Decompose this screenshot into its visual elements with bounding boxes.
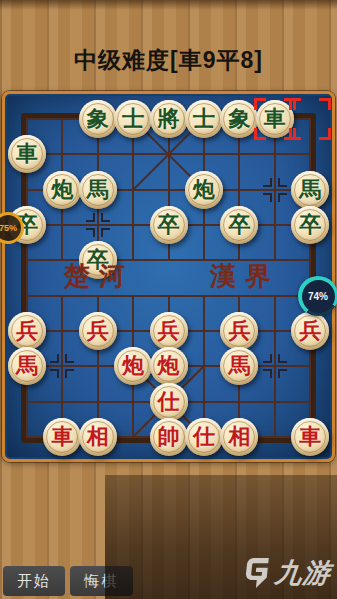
point-marker-corner xyxy=(86,213,95,222)
point-marker-corner xyxy=(50,354,59,363)
progress-badge-right: 74% xyxy=(298,276,337,316)
start-button[interactable]: 开始 xyxy=(3,566,65,596)
point-marker-corner xyxy=(278,193,287,202)
app-screen: 中级难度[車9平8] 象士將士象車車炮馬炮馬卒卒卒卒卒兵兵兵兵兵馬炮炮馬仕車相帥… xyxy=(0,0,337,599)
river-label-chu: 楚河 xyxy=(64,259,134,294)
point-marker-corner xyxy=(50,369,59,378)
point-marker-corner xyxy=(263,193,272,202)
niugame-logo-icon xyxy=(243,558,271,588)
last-move-marker-corner xyxy=(319,98,331,110)
last-move-marker-corner xyxy=(284,98,296,110)
piece-red-soldier[interactable]: 兵 xyxy=(291,312,329,350)
point-marker-corner xyxy=(101,213,110,222)
watermark-text: 九游 xyxy=(273,555,333,591)
piece-black-elephant[interactable]: 象 xyxy=(79,100,117,138)
piece-black-general[interactable]: 將 xyxy=(150,100,188,138)
piece-red-elephant[interactable]: 相 xyxy=(220,418,258,456)
piece-red-soldier[interactable]: 兵 xyxy=(79,312,117,350)
point-marker-corner xyxy=(263,354,272,363)
piece-red-soldier[interactable]: 兵 xyxy=(8,312,46,350)
point-marker-corner xyxy=(278,354,287,363)
point-marker-corner xyxy=(65,369,74,378)
piece-red-chariot[interactable]: 車 xyxy=(291,418,329,456)
piece-red-cannon[interactable]: 炮 xyxy=(150,347,188,385)
piece-black-advisor[interactable]: 士 xyxy=(185,100,223,138)
point-marker-corner xyxy=(278,178,287,187)
progress-badge-right-value: 74% xyxy=(308,291,328,302)
point-marker-corner xyxy=(101,228,110,237)
last-move-marker-corner xyxy=(284,128,296,140)
last-move-marker-corner xyxy=(254,128,266,140)
piece-red-elephant[interactable]: 相 xyxy=(79,418,117,456)
piece-black-horse[interactable]: 馬 xyxy=(291,171,329,209)
watermark-overlay: 九游 xyxy=(105,475,337,599)
point-marker-corner xyxy=(263,178,272,187)
point-marker-corner xyxy=(278,369,287,378)
watermark: 九游 xyxy=(243,555,333,591)
piece-red-advisor[interactable]: 仕 xyxy=(150,383,188,421)
point-marker-corner xyxy=(65,354,74,363)
piece-black-cannon[interactable]: 炮 xyxy=(43,171,81,209)
last-move-marker-corner xyxy=(319,128,331,140)
piece-black-cannon[interactable]: 炮 xyxy=(185,171,223,209)
point-marker-corner xyxy=(86,228,95,237)
piece-black-advisor[interactable]: 士 xyxy=(114,100,152,138)
piece-black-soldier[interactable]: 卒 xyxy=(150,206,188,244)
piece-black-horse[interactable]: 馬 xyxy=(79,171,117,209)
last-move-marker xyxy=(254,98,296,140)
piece-red-advisor[interactable]: 仕 xyxy=(185,418,223,456)
piece-black-soldier[interactable]: 卒 xyxy=(291,206,329,244)
last-move-marker-corner xyxy=(254,98,266,110)
piece-red-general[interactable]: 帥 xyxy=(150,418,188,456)
river-label-han: 漢界 xyxy=(210,259,280,294)
piece-red-soldier[interactable]: 兵 xyxy=(150,312,188,350)
point-marker-corner xyxy=(263,369,272,378)
piece-red-chariot[interactable]: 車 xyxy=(43,418,81,456)
